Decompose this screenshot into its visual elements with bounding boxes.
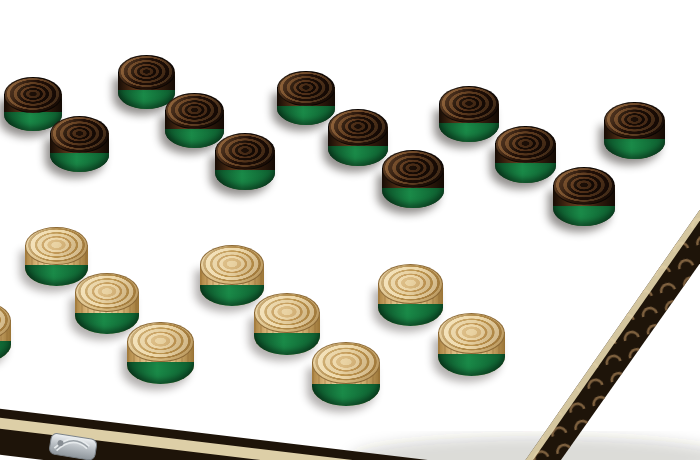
piece-dark-f8[interactable] — [439, 86, 498, 142]
felt-ring — [0, 341, 11, 362]
felt-ring — [378, 304, 443, 325]
felt-ring — [215, 170, 275, 190]
piece-dark-d6[interactable] — [215, 133, 275, 190]
piece-top — [312, 342, 380, 383]
piece-top — [215, 133, 275, 170]
piece-dark-g7[interactable] — [495, 126, 556, 183]
felt-ring — [328, 146, 388, 166]
piece-top — [118, 55, 175, 90]
piece-top — [127, 322, 194, 363]
felt-ring — [438, 354, 505, 376]
piece-dark-h8[interactable] — [604, 102, 664, 159]
piece-dark-f6[interactable] — [382, 150, 443, 208]
felt-ring — [312, 384, 380, 406]
piece-top — [439, 86, 498, 122]
piece-dark-d8[interactable] — [277, 71, 335, 126]
felt-ring — [495, 163, 556, 183]
piece-top — [328, 109, 388, 146]
piece-top — [382, 150, 443, 188]
piece-top — [495, 126, 556, 163]
felt-ring — [382, 188, 443, 208]
piece-light-h2[interactable] — [438, 313, 505, 376]
piece-top — [165, 93, 224, 129]
piece-top — [438, 313, 505, 354]
felt-ring — [127, 362, 194, 384]
piece-dark-e7[interactable] — [328, 109, 388, 165]
felt-ring — [553, 206, 616, 226]
piece-top — [378, 264, 443, 304]
photo-checkers-board: checkers (draughts) on a wooden folding … — [0, 0, 700, 460]
piece-light-g3[interactable] — [378, 264, 443, 326]
piece-top — [604, 102, 664, 139]
piece-top — [50, 116, 109, 152]
piece-light-e1[interactable] — [127, 322, 194, 385]
piece-light-g1[interactable] — [312, 342, 380, 406]
piece-top — [4, 77, 62, 113]
cast-shadow — [350, 436, 700, 460]
felt-ring — [50, 153, 109, 172]
felt-ring — [277, 106, 335, 125]
felt-ring — [604, 139, 664, 159]
piece-dark-b6[interactable] — [50, 116, 109, 172]
felt-ring — [254, 333, 320, 355]
piece-top — [254, 293, 320, 333]
piece-top — [25, 227, 88, 266]
piece-dark-h6[interactable] — [553, 167, 616, 226]
piece-light-f2[interactable] — [254, 293, 320, 355]
piece-light-c1[interactable] — [0, 301, 11, 362]
piece-top — [200, 245, 264, 284]
felt-ring — [439, 123, 498, 142]
